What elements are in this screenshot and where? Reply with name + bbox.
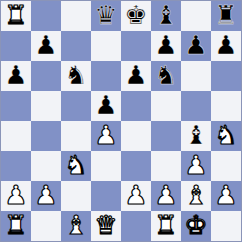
- square-g4[interactable]: ♝: [181, 121, 211, 151]
- white-pawn[interactable]: ♟: [154, 182, 177, 208]
- square-f6[interactable]: ♞: [151, 61, 181, 91]
- square-d7[interactable]: [91, 31, 121, 61]
- black-pawn[interactable]: ♟: [124, 62, 147, 88]
- white-pawn[interactable]: ♟: [124, 182, 147, 208]
- black-rook[interactable]: ♜: [214, 2, 237, 28]
- square-h7[interactable]: ♟: [211, 31, 241, 61]
- square-e7[interactable]: [121, 31, 151, 61]
- black-knight[interactable]: ♞: [154, 62, 177, 88]
- square-d1[interactable]: ♛: [91, 211, 121, 241]
- square-d3[interactable]: [91, 151, 121, 181]
- white-knight[interactable]: ♞: [64, 152, 87, 178]
- square-b5[interactable]: [31, 91, 61, 121]
- black-pawn[interactable]: ♟: [214, 32, 237, 58]
- square-a6[interactable]: ♟: [1, 61, 31, 91]
- square-f1[interactable]: ♜: [151, 211, 181, 241]
- square-a1[interactable]: ♜: [1, 211, 31, 241]
- white-pawn[interactable]: ♟: [4, 182, 27, 208]
- square-b7[interactable]: ♟: [31, 31, 61, 61]
- black-pawn[interactable]: ♟: [94, 92, 117, 118]
- square-f2[interactable]: ♟: [151, 181, 181, 211]
- square-e4[interactable]: [121, 121, 151, 151]
- square-h8[interactable]: ♜: [211, 1, 241, 31]
- black-bishop[interactable]: ♝: [184, 122, 207, 148]
- white-pawn[interactable]: ♟: [184, 152, 207, 178]
- white-rook[interactable]: ♜: [154, 212, 177, 238]
- black-knight[interactable]: ♞: [64, 62, 87, 88]
- square-b1[interactable]: [31, 211, 61, 241]
- square-b8[interactable]: [31, 1, 61, 31]
- white-rook[interactable]: ♜: [4, 212, 27, 238]
- white-pawn[interactable]: ♟: [94, 122, 117, 148]
- square-a4[interactable]: [1, 121, 31, 151]
- square-b4[interactable]: [31, 121, 61, 151]
- square-e6[interactable]: ♟: [121, 61, 151, 91]
- black-pawn[interactable]: ♟: [34, 32, 57, 58]
- square-a2[interactable]: ♟: [1, 181, 31, 211]
- square-b3[interactable]: [31, 151, 61, 181]
- square-f4[interactable]: [151, 121, 181, 151]
- square-g1[interactable]: ♚: [181, 211, 211, 241]
- square-c3[interactable]: ♞: [61, 151, 91, 181]
- square-g6[interactable]: [181, 61, 211, 91]
- black-pawn[interactable]: ♟: [4, 62, 27, 88]
- square-f3[interactable]: [151, 151, 181, 181]
- square-g5[interactable]: [181, 91, 211, 121]
- square-e8[interactable]: ♚: [121, 1, 151, 31]
- black-pawn[interactable]: ♟: [154, 32, 177, 58]
- square-h6[interactable]: [211, 61, 241, 91]
- chess-board: ♜♛♚♝♜♟♟♟♟♟♞♟♞♟♟♝♞♞♟♟♟♟♟♝♟♜♝♛♜♚: [0, 0, 242, 242]
- square-f5[interactable]: [151, 91, 181, 121]
- black-king[interactable]: ♚: [124, 2, 147, 28]
- black-pawn[interactable]: ♟: [184, 32, 207, 58]
- black-bishop[interactable]: ♝: [154, 2, 177, 28]
- square-d5[interactable]: ♟: [91, 91, 121, 121]
- square-g3[interactable]: ♟: [181, 151, 211, 181]
- square-d2[interactable]: [91, 181, 121, 211]
- square-f8[interactable]: ♝: [151, 1, 181, 31]
- black-queen[interactable]: ♛: [94, 2, 117, 28]
- square-c6[interactable]: ♞: [61, 61, 91, 91]
- square-g2[interactable]: ♝: [181, 181, 211, 211]
- white-pawn[interactable]: ♟: [214, 182, 237, 208]
- square-c1[interactable]: ♝: [61, 211, 91, 241]
- square-c7[interactable]: [61, 31, 91, 61]
- white-pawn[interactable]: ♟: [34, 182, 57, 208]
- square-a7[interactable]: [1, 31, 31, 61]
- square-g7[interactable]: ♟: [181, 31, 211, 61]
- square-c4[interactable]: [61, 121, 91, 151]
- square-e2[interactable]: ♟: [121, 181, 151, 211]
- square-f7[interactable]: ♟: [151, 31, 181, 61]
- white-bishop[interactable]: ♝: [64, 212, 87, 238]
- square-h3[interactable]: [211, 151, 241, 181]
- white-king[interactable]: ♚: [184, 212, 207, 238]
- square-d6[interactable]: [91, 61, 121, 91]
- square-e5[interactable]: [121, 91, 151, 121]
- square-h1[interactable]: [211, 211, 241, 241]
- square-a8[interactable]: ♜: [1, 1, 31, 31]
- square-h2[interactable]: ♟: [211, 181, 241, 211]
- square-a3[interactable]: [1, 151, 31, 181]
- square-b2[interactable]: ♟: [31, 181, 61, 211]
- white-bishop[interactable]: ♝: [184, 182, 207, 208]
- square-h5[interactable]: [211, 91, 241, 121]
- square-c5[interactable]: [61, 91, 91, 121]
- square-d4[interactable]: ♟: [91, 121, 121, 151]
- square-a5[interactable]: [1, 91, 31, 121]
- square-h4[interactable]: ♞: [211, 121, 241, 151]
- square-b6[interactable]: [31, 61, 61, 91]
- white-queen[interactable]: ♛: [94, 212, 117, 238]
- square-c2[interactable]: [61, 181, 91, 211]
- square-c8[interactable]: [61, 1, 91, 31]
- square-e1[interactable]: [121, 211, 151, 241]
- square-e3[interactable]: [121, 151, 151, 181]
- square-g8[interactable]: [181, 1, 211, 31]
- square-d8[interactable]: ♛: [91, 1, 121, 31]
- white-knight[interactable]: ♞: [214, 122, 237, 148]
- white-rook[interactable]: ♜: [4, 2, 27, 28]
